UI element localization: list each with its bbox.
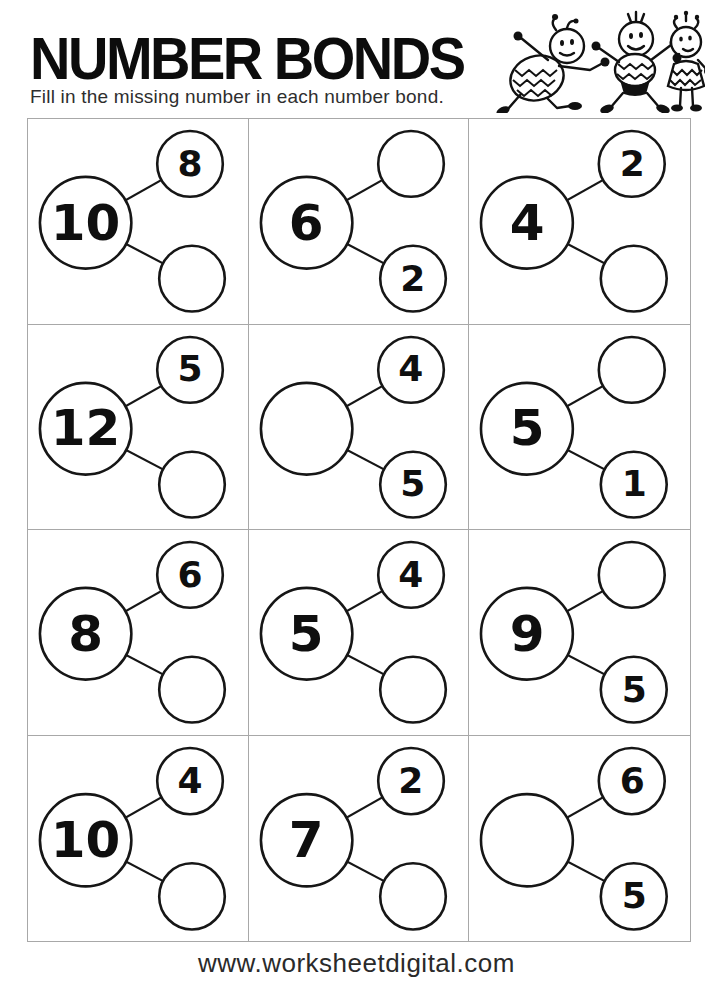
whole-value: 4 [510,198,545,248]
part-top-value: 5 [178,351,203,387]
bond-diagram [469,119,690,324]
part-bottom-value: 5 [622,672,647,708]
bond-cell-12: 6 5 [469,736,690,942]
part-top-value: 8 [178,146,203,182]
bond-diagram [469,530,690,735]
part-bottom-value: 1 [622,466,647,502]
bond-diagram [28,530,248,735]
worksheet-page: NUMBER BONDS Fill in the missing number … [0,0,713,1008]
bond-cell-5: 4 5 [249,325,470,531]
bond-cell-7: 8 6 [28,530,249,736]
part-top-value: 4 [398,351,423,387]
part-top-value: 2 [620,146,645,182]
whole-value: 5 [289,609,324,659]
bond-diagram [249,325,469,530]
bond-cell-10: 10 4 [28,736,249,942]
whole-value: 9 [510,609,545,659]
page-title: NUMBER BONDS [30,24,464,92]
number-bonds-grid: 10 8 6 2 4 2 1 [27,118,691,942]
part-bottom-value: 5 [622,878,647,914]
bond-diagram [469,325,690,530]
whole-value: 7 [289,815,324,865]
bond-cell-2: 6 2 [249,119,470,325]
part-top-value: 6 [178,557,203,593]
bond-diagram [249,530,469,735]
whole-value: 8 [68,609,103,659]
part-top-value: 4 [178,763,203,799]
bond-cell-6: 5 1 [469,325,690,531]
bond-cell-1: 10 8 [28,119,249,325]
part-bottom-value: 5 [400,466,425,502]
whole-value: 10 [51,815,121,865]
bond-diagram [249,736,469,942]
whole-value: 10 [51,198,121,248]
whole-value: 12 [51,403,121,453]
bond-cell-9: 9 5 [469,530,690,736]
whole-value: 6 [289,198,324,248]
bond-cell-11: 7 2 [249,736,470,942]
bond-cell-8: 5 4 [249,530,470,736]
bond-cell-3: 4 2 [469,119,690,325]
part-top-value: 2 [398,763,423,799]
whole-value: 5 [510,403,545,453]
website-url: www.worksheetdigital.com [0,948,713,979]
bond-diagram [249,119,469,324]
part-top-value: 6 [620,763,645,799]
bond-cell-4: 12 5 [28,325,249,531]
part-bottom-value: 2 [400,261,425,297]
part-top-value: 4 [398,557,423,593]
instructions-text: Fill in the missing number in each numbe… [30,86,444,108]
dancing-kids-illustration [455,8,705,113]
bond-diagram [469,736,690,942]
